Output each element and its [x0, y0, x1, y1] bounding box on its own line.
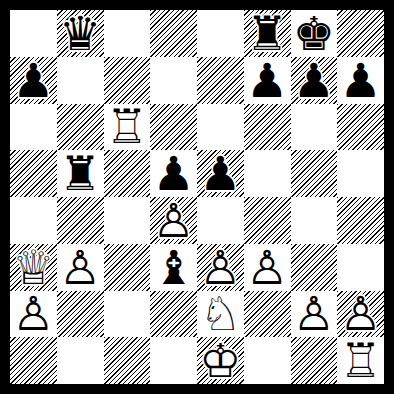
- square-c1[interactable]: [104, 337, 151, 384]
- square-e1[interactable]: ♚♔: [197, 337, 244, 384]
- square-g8[interactable]: ♚♚: [291, 10, 338, 57]
- square-e3[interactable]: ♟♙: [197, 244, 244, 291]
- square-h4[interactable]: [337, 197, 384, 244]
- square-f6[interactable]: [244, 104, 291, 151]
- piece-black-pawn[interactable]: ♟: [197, 150, 244, 197]
- square-e2[interactable]: ♞♘: [197, 291, 244, 338]
- square-f1[interactable]: [244, 337, 291, 384]
- square-g4[interactable]: [291, 197, 338, 244]
- square-e8[interactable]: [197, 10, 244, 57]
- square-d4[interactable]: ♟♙: [150, 197, 197, 244]
- square-g6[interactable]: [291, 104, 338, 151]
- piece-white-pawn[interactable]: ♙: [150, 197, 197, 244]
- square-a5[interactable]: [10, 150, 57, 197]
- piece-white-pawn[interactable]: ♙: [197, 244, 244, 291]
- piece-white-pawn[interactable]: ♙: [337, 291, 384, 338]
- square-a3[interactable]: ♛♕: [10, 244, 57, 291]
- piece-black-pawn[interactable]: ♟: [337, 57, 384, 104]
- square-b5[interactable]: ♜♜: [57, 150, 104, 197]
- square-c2[interactable]: [104, 291, 151, 338]
- square-f7[interactable]: ♟♟: [244, 57, 291, 104]
- piece-white-king[interactable]: ♔: [197, 337, 244, 384]
- square-f8[interactable]: ♜♜: [244, 10, 291, 57]
- piece-white-rook[interactable]: ♖: [337, 337, 384, 384]
- piece-white-pawn[interactable]: ♙: [244, 244, 291, 291]
- square-g2[interactable]: ♟♙: [291, 291, 338, 338]
- piece-black-pawn[interactable]: ♟: [150, 150, 197, 197]
- square-f5[interactable]: [244, 150, 291, 197]
- square-a1[interactable]: [10, 337, 57, 384]
- square-g3[interactable]: [291, 244, 338, 291]
- square-b4[interactable]: [57, 197, 104, 244]
- square-d2[interactable]: [150, 291, 197, 338]
- square-h6[interactable]: [337, 104, 384, 151]
- square-c4[interactable]: [104, 197, 151, 244]
- square-b6[interactable]: [57, 104, 104, 151]
- square-d8[interactable]: [150, 10, 197, 57]
- square-e7[interactable]: [197, 57, 244, 104]
- square-b2[interactable]: [57, 291, 104, 338]
- square-b8[interactable]: ♛♛: [57, 10, 104, 57]
- square-d5[interactable]: ♟♟: [150, 150, 197, 197]
- piece-black-queen[interactable]: ♛: [57, 10, 104, 57]
- piece-white-pawn[interactable]: ♙: [10, 291, 57, 338]
- piece-white-queen[interactable]: ♕: [10, 244, 57, 291]
- square-h2[interactable]: ♟♙: [337, 291, 384, 338]
- piece-black-pawn[interactable]: ♟: [291, 57, 338, 104]
- square-g7[interactable]: ♟♟: [291, 57, 338, 104]
- piece-white-pawn[interactable]: ♙: [57, 244, 104, 291]
- piece-white-knight[interactable]: ♘: [197, 291, 244, 338]
- square-h1[interactable]: ♜♖: [337, 337, 384, 384]
- square-h7[interactable]: ♟♟: [337, 57, 384, 104]
- piece-white-pawn[interactable]: ♙: [291, 291, 338, 338]
- square-e4[interactable]: [197, 197, 244, 244]
- square-f3[interactable]: ♟♙: [244, 244, 291, 291]
- piece-black-bishop[interactable]: ♝: [150, 244, 197, 291]
- square-c8[interactable]: [104, 10, 151, 57]
- square-a2[interactable]: ♟♙: [10, 291, 57, 338]
- chess-board: ♛♛♜♜♚♚♟♟♟♟♟♟♟♟♜♖♜♜♟♟♟♟♟♙♛♕♟♙♝♝♟♙♟♙♟♙♞♘♟♙…: [10, 10, 384, 384]
- square-f2[interactable]: [244, 291, 291, 338]
- piece-black-pawn[interactable]: ♟: [10, 57, 57, 104]
- square-h3[interactable]: [337, 244, 384, 291]
- square-b3[interactable]: ♟♙: [57, 244, 104, 291]
- square-a7[interactable]: ♟♟: [10, 57, 57, 104]
- square-a8[interactable]: [10, 10, 57, 57]
- piece-black-rook[interactable]: ♜: [244, 10, 291, 57]
- piece-black-king[interactable]: ♚: [291, 10, 338, 57]
- square-g1[interactable]: [291, 337, 338, 384]
- square-c5[interactable]: [104, 150, 151, 197]
- square-d3[interactable]: ♝♝: [150, 244, 197, 291]
- chess-board-frame: ♛♛♜♜♚♚♟♟♟♟♟♟♟♟♜♖♜♜♟♟♟♟♟♙♛♕♟♙♝♝♟♙♟♙♟♙♞♘♟♙…: [0, 0, 394, 394]
- square-h8[interactable]: [337, 10, 384, 57]
- square-e6[interactable]: [197, 104, 244, 151]
- square-a6[interactable]: [10, 104, 57, 151]
- square-d1[interactable]: [150, 337, 197, 384]
- square-c6[interactable]: ♜♖: [104, 104, 151, 151]
- piece-black-rook[interactable]: ♜: [57, 150, 104, 197]
- piece-black-pawn[interactable]: ♟: [244, 57, 291, 104]
- square-d7[interactable]: [150, 57, 197, 104]
- piece-white-rook[interactable]: ♖: [104, 104, 151, 151]
- square-b7[interactable]: [57, 57, 104, 104]
- square-h5[interactable]: [337, 150, 384, 197]
- square-f4[interactable]: [244, 197, 291, 244]
- square-c7[interactable]: [104, 57, 151, 104]
- square-b1[interactable]: [57, 337, 104, 384]
- square-a4[interactable]: [10, 197, 57, 244]
- square-d6[interactable]: [150, 104, 197, 151]
- square-c3[interactable]: [104, 244, 151, 291]
- square-e5[interactable]: ♟♟: [197, 150, 244, 197]
- square-g5[interactable]: [291, 150, 338, 197]
